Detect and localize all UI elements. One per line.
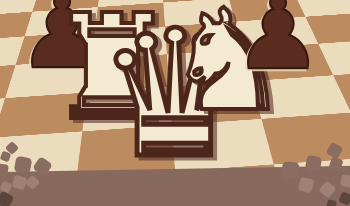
confetti-square bbox=[340, 174, 350, 188]
confetti-square bbox=[326, 199, 337, 206]
black-pawn-right-piece: ♟ bbox=[233, 0, 323, 84]
confetti-square bbox=[281, 161, 299, 179]
chess-illustration: ♟♜♛♞♟ bbox=[0, 0, 350, 206]
confetti-square bbox=[14, 156, 33, 175]
confetti-square bbox=[305, 155, 322, 172]
